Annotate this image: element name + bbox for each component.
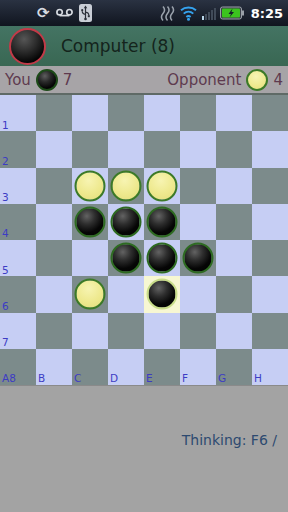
wifi-icon <box>179 6 198 21</box>
yellow-piece-c3 <box>75 170 106 201</box>
cell-h5[interactable] <box>252 240 288 276</box>
cell-c8[interactable]: C <box>72 349 108 385</box>
cell-d2[interactable] <box>108 131 144 167</box>
coord-label-e8: E <box>146 372 153 385</box>
cell-d3[interactable] <box>108 168 144 204</box>
cell-h8[interactable]: H <box>252 349 288 385</box>
coord-label-a2: 2 <box>2 155 9 168</box>
cell-f8[interactable]: F <box>180 349 216 385</box>
coord-label-a7: 7 <box>2 336 9 349</box>
thinking-status: Thinking: F6 / <box>182 432 277 448</box>
cell-h1[interactable] <box>252 95 288 131</box>
cell-b4[interactable] <box>36 204 72 240</box>
cell-a7[interactable]: 7 <box>0 313 36 349</box>
opponent-piece-icon <box>246 69 268 91</box>
cell-g2[interactable] <box>216 131 252 167</box>
you-label: You <box>5 71 31 89</box>
status-bar: ⟳ <box>0 0 288 26</box>
cell-f6[interactable] <box>180 276 216 312</box>
coord-label-a1: 1 <box>2 119 9 132</box>
cell-h6[interactable] <box>252 276 288 312</box>
coord-label-a6: 6 <box>2 300 9 313</box>
cell-h2[interactable] <box>252 131 288 167</box>
voicemail-icon <box>56 8 73 18</box>
cell-d6[interactable] <box>108 276 144 312</box>
coord-label-a4: 4 <box>2 227 9 240</box>
cell-b3[interactable] <box>36 168 72 204</box>
cell-a2[interactable]: 2 <box>0 131 36 167</box>
cell-g6[interactable] <box>216 276 252 312</box>
cell-e6[interactable] <box>144 276 180 312</box>
coord-label-g8: G <box>218 372 226 385</box>
black-piece-e6 <box>147 279 178 310</box>
cell-g5[interactable] <box>216 240 252 276</box>
cell-c3[interactable] <box>72 168 108 204</box>
page-title: Computer (8) <box>61 36 175 56</box>
cell-c1[interactable] <box>72 95 108 131</box>
you-score-group: You 7 <box>5 69 72 91</box>
black-piece-d5 <box>111 243 142 274</box>
cell-b7[interactable] <box>36 313 72 349</box>
cell-f7[interactable] <box>180 313 216 349</box>
black-piece-e5 <box>147 243 178 274</box>
othello-app: ⟳ <box>0 0 288 512</box>
cell-a6[interactable]: 6 <box>0 276 36 312</box>
cell-b5[interactable] <box>36 240 72 276</box>
cell-a1[interactable]: 1 <box>0 95 36 131</box>
cell-g4[interactable] <box>216 204 252 240</box>
cell-b8[interactable]: B <box>36 349 72 385</box>
cell-e3[interactable] <box>144 168 180 204</box>
cell-g8[interactable]: G <box>216 349 252 385</box>
cell-d5[interactable] <box>108 240 144 276</box>
cell-e7[interactable] <box>144 313 180 349</box>
cell-h3[interactable] <box>252 168 288 204</box>
coord-label-h8: H <box>254 372 262 385</box>
cell-b2[interactable] <box>36 131 72 167</box>
opponent-score-group: Opponent 4 <box>167 69 283 91</box>
cell-g7[interactable] <box>216 313 252 349</box>
cell-d7[interactable] <box>108 313 144 349</box>
cell-c2[interactable] <box>72 131 108 167</box>
you-piece-icon <box>36 69 58 91</box>
cell-c5[interactable] <box>72 240 108 276</box>
cell-d4[interactable] <box>108 204 144 240</box>
cell-a4[interactable]: 4 <box>0 204 36 240</box>
cell-e8[interactable]: E <box>144 349 180 385</box>
cell-f5[interactable] <box>180 240 216 276</box>
coord-label-c8: C <box>74 372 81 385</box>
cell-f3[interactable] <box>180 168 216 204</box>
title-bar: Computer (8) <box>0 26 288 66</box>
black-piece-d4 <box>111 206 142 237</box>
bottom-panel: Thinking: F6 / <box>0 386 288 512</box>
you-score: 7 <box>63 71 73 89</box>
cell-g1[interactable] <box>216 95 252 131</box>
opponent-score: 4 <box>273 71 283 89</box>
cell-g3[interactable] <box>216 168 252 204</box>
cell-e2[interactable] <box>144 131 180 167</box>
status-bar-left: ⟳ <box>37 4 92 22</box>
cell-a8[interactable]: A8 <box>0 349 36 385</box>
current-player-piece-icon <box>9 28 46 65</box>
signal-strength-icon <box>202 7 216 20</box>
cell-h4[interactable] <box>252 204 288 240</box>
black-piece-e4 <box>147 206 178 237</box>
coord-label-a8: A8 <box>2 372 16 385</box>
cell-d8[interactable]: D <box>108 349 144 385</box>
coord-label-a3: 3 <box>2 191 9 204</box>
cell-c4[interactable] <box>72 204 108 240</box>
coord-label-a5: 5 <box>2 264 9 277</box>
cell-a3[interactable]: 3 <box>0 168 36 204</box>
sync-icon: ⟳ <box>37 6 50 21</box>
clock: 8:25 <box>251 6 283 21</box>
cell-e1[interactable] <box>144 95 180 131</box>
cell-f4[interactable] <box>180 204 216 240</box>
cell-a5[interactable]: 5 <box>0 240 36 276</box>
cell-b6[interactable] <box>36 276 72 312</box>
status-bar-right: 8:25 <box>160 5 283 22</box>
score-bar: You 7 Opponent 4 <box>0 66 288 93</box>
yellow-piece-d3 <box>111 170 142 201</box>
coord-label-d8: D <box>110 372 118 385</box>
yellow-piece-c6 <box>75 279 106 310</box>
cell-f2[interactable] <box>180 131 216 167</box>
black-piece-f5 <box>183 243 214 274</box>
coord-label-b8: B <box>38 372 45 385</box>
cell-e5[interactable] <box>144 240 180 276</box>
cell-d1[interactable] <box>108 95 144 131</box>
cell-c7[interactable] <box>72 313 108 349</box>
cell-f1[interactable] <box>180 95 216 131</box>
coord-label-f8: F <box>182 372 188 385</box>
board: 1234567A8BCDEFGH <box>0 93 288 386</box>
data-wave-icon <box>160 5 175 22</box>
opponent-label: Opponent <box>167 71 241 89</box>
black-piece-c4 <box>75 206 106 237</box>
yellow-piece-e3 <box>147 170 178 201</box>
cell-h7[interactable] <box>252 313 288 349</box>
usb-icon <box>79 4 92 22</box>
battery-icon <box>220 6 244 20</box>
cell-e4[interactable] <box>144 204 180 240</box>
cell-c6[interactable] <box>72 276 108 312</box>
cell-b1[interactable] <box>36 95 72 131</box>
